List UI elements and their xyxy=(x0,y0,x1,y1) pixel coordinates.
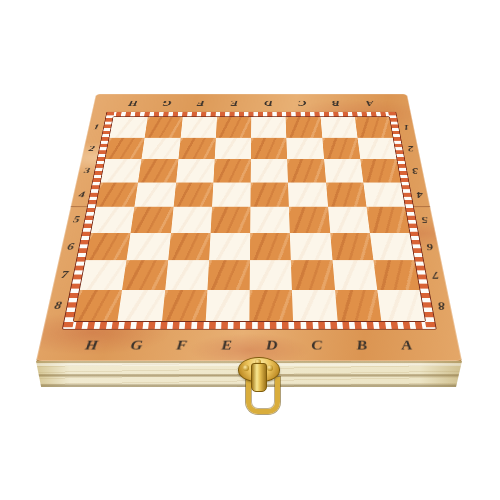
rank-label-right-1: 1 xyxy=(403,123,410,130)
square-c5[interactable] xyxy=(289,207,330,233)
square-a8[interactable] xyxy=(377,290,425,321)
square-g4[interactable] xyxy=(135,182,176,206)
clasp-tab xyxy=(251,363,267,392)
square-a6[interactable] xyxy=(370,233,415,261)
square-f2[interactable] xyxy=(178,137,216,159)
square-b6[interactable] xyxy=(330,233,373,261)
rank-label-right-8: 8 xyxy=(436,300,445,311)
file-label-top-a: A xyxy=(365,99,374,107)
square-c4[interactable] xyxy=(288,182,328,206)
file-label-top-c: C xyxy=(298,99,307,107)
square-b1[interactable] xyxy=(320,117,357,138)
square-g7[interactable] xyxy=(122,260,167,289)
square-f8[interactable] xyxy=(162,290,208,321)
square-h3[interactable] xyxy=(101,159,142,182)
square-b2[interactable] xyxy=(322,137,360,159)
rank-label-left-4: 4 xyxy=(78,190,86,199)
square-d6[interactable] xyxy=(250,233,291,261)
rank-label-left-8: 8 xyxy=(54,300,63,311)
rank-label-left-7: 7 xyxy=(60,270,69,280)
square-e8[interactable] xyxy=(205,290,249,321)
square-d3[interactable] xyxy=(251,159,288,182)
square-d4[interactable] xyxy=(250,182,289,206)
file-label-bottom-h: H xyxy=(84,338,99,352)
square-e7[interactable] xyxy=(207,260,250,289)
file-label-top-e: E xyxy=(230,99,238,107)
square-h6[interactable] xyxy=(86,233,131,261)
square-e4[interactable] xyxy=(212,182,251,206)
square-g3[interactable] xyxy=(138,159,178,182)
square-h7[interactable] xyxy=(80,260,127,289)
scene: HHGGFFEEDDCCBBAA1122334455667788 xyxy=(0,0,500,500)
square-b7[interactable] xyxy=(332,260,377,289)
square-d7[interactable] xyxy=(250,260,292,289)
rank-label-right-7: 7 xyxy=(431,270,440,280)
rank-label-left-2: 2 xyxy=(88,144,95,152)
square-b8[interactable] xyxy=(335,290,382,321)
square-a3[interactable] xyxy=(360,159,400,182)
file-label-bottom-f: F xyxy=(176,338,188,352)
square-e1[interactable] xyxy=(216,117,252,138)
file-label-bottom-g: G xyxy=(130,338,143,352)
file-label-bottom-b: B xyxy=(356,338,368,352)
rank-label-left-3: 3 xyxy=(83,167,91,175)
square-d1[interactable] xyxy=(251,117,286,138)
square-a5[interactable] xyxy=(366,207,409,233)
square-b5[interactable] xyxy=(328,207,370,233)
square-h1[interactable] xyxy=(109,117,147,138)
square-a4[interactable] xyxy=(363,182,405,206)
file-label-top-b: B xyxy=(332,99,341,107)
file-label-top-f: F xyxy=(196,99,205,107)
square-g1[interactable] xyxy=(145,117,183,138)
rank-label-left-1: 1 xyxy=(93,123,100,130)
square-d2[interactable] xyxy=(251,137,287,159)
square-e5[interactable] xyxy=(210,207,250,233)
file-label-bottom-e: E xyxy=(221,338,232,352)
square-c7[interactable] xyxy=(291,260,335,289)
square-a7[interactable] xyxy=(373,260,419,289)
square-e6[interactable] xyxy=(209,233,250,261)
clasp-screw-icon xyxy=(243,365,249,371)
square-b3[interactable] xyxy=(324,159,363,182)
square-d8[interactable] xyxy=(249,290,293,321)
file-label-bottom-c: C xyxy=(311,338,323,352)
square-c1[interactable] xyxy=(286,117,322,138)
square-a2[interactable] xyxy=(357,137,396,159)
rank-label-right-4: 4 xyxy=(415,190,423,199)
square-c3[interactable] xyxy=(287,159,325,182)
brass-clasp[interactable] xyxy=(236,353,280,415)
file-label-top-g: G xyxy=(162,99,172,107)
square-f3[interactable] xyxy=(176,159,215,182)
rank-label-left-6: 6 xyxy=(67,241,76,251)
square-h4[interactable] xyxy=(96,182,138,206)
square-h2[interactable] xyxy=(105,137,145,159)
file-label-bottom-a: A xyxy=(400,338,413,352)
deco-dash-strip-bottom xyxy=(63,321,436,329)
rank-label-left-5: 5 xyxy=(72,215,80,224)
rank-label-right-6: 6 xyxy=(425,241,433,251)
square-f5[interactable] xyxy=(171,207,212,233)
rank-label-right-2: 2 xyxy=(407,144,414,152)
chess-board[interactable]: HHGGFFEEDDCCBBAA1122334455667788 xyxy=(35,94,462,364)
square-f7[interactable] xyxy=(165,260,209,289)
file-label-top-h: H xyxy=(128,99,139,107)
square-d5[interactable] xyxy=(250,207,290,233)
square-b4[interactable] xyxy=(326,182,367,206)
file-label-top-d: D xyxy=(264,99,273,107)
square-f4[interactable] xyxy=(173,182,213,206)
square-f6[interactable] xyxy=(168,233,211,261)
square-h5[interactable] xyxy=(91,207,135,233)
square-a1[interactable] xyxy=(355,117,393,138)
rank-label-right-5: 5 xyxy=(420,215,428,224)
square-c6[interactable] xyxy=(290,233,332,261)
clasp-screw-icon xyxy=(267,365,273,371)
square-e2[interactable] xyxy=(214,137,251,159)
rank-label-right-3: 3 xyxy=(411,167,418,175)
square-g8[interactable] xyxy=(118,290,165,321)
square-g5[interactable] xyxy=(131,207,173,233)
square-g2[interactable] xyxy=(142,137,181,159)
board-field xyxy=(74,117,425,321)
square-c2[interactable] xyxy=(286,137,323,159)
square-c8[interactable] xyxy=(292,290,337,321)
file-label-bottom-d: D xyxy=(266,338,278,352)
square-g6[interactable] xyxy=(127,233,171,261)
square-h8[interactable] xyxy=(74,290,123,321)
square-f1[interactable] xyxy=(180,117,217,138)
square-e3[interactable] xyxy=(213,159,251,182)
